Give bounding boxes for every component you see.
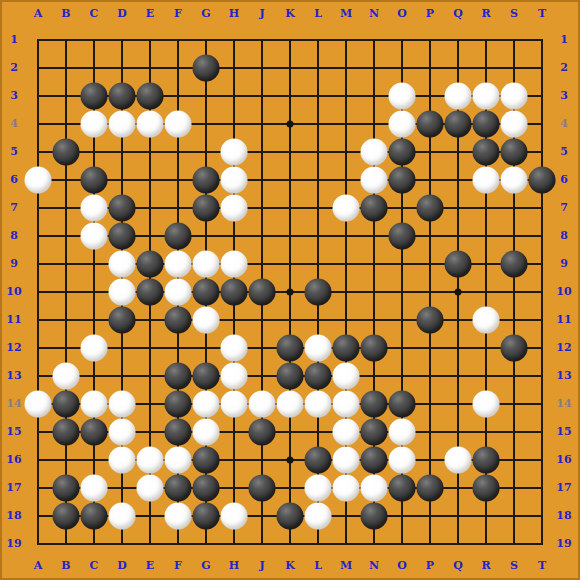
stone-C6[interactable]: [81, 167, 108, 194]
star-point: [455, 289, 462, 296]
stone-D3[interactable]: [109, 83, 136, 110]
stone-C17[interactable]: [81, 475, 108, 502]
stone-L13[interactable]: [305, 363, 332, 390]
coordinate-label: O: [388, 3, 416, 25]
stone-F8[interactable]: [165, 223, 192, 250]
stone-H18[interactable]: [221, 503, 248, 530]
stone-D14[interactable]: [109, 391, 136, 418]
stone-M17[interactable]: [333, 475, 360, 502]
stone-L16[interactable]: [305, 447, 332, 474]
stone-G15[interactable]: [193, 419, 220, 446]
stone-D15[interactable]: [109, 419, 136, 446]
coordinate-label: C: [80, 3, 108, 25]
stone-M12[interactable]: [333, 335, 360, 362]
stone-O3[interactable]: [389, 83, 416, 110]
stone-C8[interactable]: [81, 223, 108, 250]
stone-F15[interactable]: [165, 419, 192, 446]
stone-H9[interactable]: [221, 251, 248, 278]
coordinate-label: 19: [1, 530, 27, 558]
coordinate-label: 12: [1, 334, 27, 362]
coordinate-label: 5: [551, 138, 577, 166]
stone-Q4[interactable]: [445, 111, 472, 138]
coordinate-label: M: [332, 3, 360, 25]
coordinate-label: 15: [1, 418, 27, 446]
stone-F14[interactable]: [165, 391, 192, 418]
stone-S9[interactable]: [501, 251, 528, 278]
stone-K13[interactable]: [277, 363, 304, 390]
coordinate-label: 4: [551, 110, 577, 138]
stone-K14[interactable]: [277, 391, 304, 418]
star-point: [287, 121, 294, 128]
stone-M13[interactable]: [333, 363, 360, 390]
stone-N12[interactable]: [361, 335, 388, 362]
stone-J14[interactable]: [249, 391, 276, 418]
stone-H5[interactable]: [221, 139, 248, 166]
stone-B5[interactable]: [53, 139, 80, 166]
coordinate-label: 9: [1, 250, 27, 278]
stone-L14[interactable]: [305, 391, 332, 418]
stone-C12[interactable]: [81, 335, 108, 362]
coordinate-label: G: [192, 555, 220, 577]
coordinate-label: 8: [551, 222, 577, 250]
stone-E16[interactable]: [137, 447, 164, 474]
stone-N18[interactable]: [361, 503, 388, 530]
stone-G6[interactable]: [193, 167, 220, 194]
stone-N17[interactable]: [361, 475, 388, 502]
board-container: ABCDEFGHJKLMNOPQRST ABCDEFGHJKLMNOPQRST …: [0, 0, 580, 580]
coordinate-label: 2: [551, 54, 577, 82]
stone-H14[interactable]: [221, 391, 248, 418]
coordinate-label: D: [108, 3, 136, 25]
coordinate-label: J: [248, 3, 276, 25]
stone-L12[interactable]: [305, 335, 332, 362]
coordinate-label: 18: [1, 502, 27, 530]
stone-D9[interactable]: [109, 251, 136, 278]
stone-A6[interactable]: [25, 167, 52, 194]
stone-P11[interactable]: [417, 307, 444, 334]
coordinate-label: M: [332, 555, 360, 577]
stone-Q3[interactable]: [445, 83, 472, 110]
coordinate-label: 7: [1, 194, 27, 222]
coordinate-label: 14: [1, 390, 27, 418]
coordinate-label: N: [360, 555, 388, 577]
coordinate-label: R: [472, 555, 500, 577]
coordinate-label: C: [80, 555, 108, 577]
stone-H12[interactable]: [221, 335, 248, 362]
stone-S4[interactable]: [501, 111, 528, 138]
stone-D8[interactable]: [109, 223, 136, 250]
stone-P4[interactable]: [417, 111, 444, 138]
stone-K12[interactable]: [277, 335, 304, 362]
stone-O6[interactable]: [389, 167, 416, 194]
column-labels-bottom: ABCDEFGHJKLMNOPQRST: [24, 555, 556, 577]
stone-F11[interactable]: [165, 307, 192, 334]
coordinate-label: B: [52, 555, 80, 577]
coordinate-label: R: [472, 3, 500, 25]
coordinate-label: 11: [551, 306, 577, 334]
coordinate-label: D: [108, 555, 136, 577]
stone-O4[interactable]: [389, 111, 416, 138]
stone-H7[interactable]: [221, 195, 248, 222]
stone-E4[interactable]: [137, 111, 164, 138]
coordinate-label: T: [528, 555, 556, 577]
coordinate-label: A: [24, 555, 52, 577]
coordinate-label: 3: [551, 82, 577, 110]
stone-F4[interactable]: [165, 111, 192, 138]
coordinate-label: 1: [1, 26, 27, 54]
stone-R11[interactable]: [473, 307, 500, 334]
stone-Q9[interactable]: [445, 251, 472, 278]
coordinate-label: 10: [551, 278, 577, 306]
coordinate-label: T: [528, 3, 556, 25]
stone-R4[interactable]: [473, 111, 500, 138]
coordinate-label: B: [52, 3, 80, 25]
stone-T6[interactable]: [529, 167, 556, 194]
coordinate-label: J: [248, 555, 276, 577]
stone-G16[interactable]: [193, 447, 220, 474]
coordinate-label: N: [360, 3, 388, 25]
stone-J15[interactable]: [249, 419, 276, 446]
coordinate-label: O: [388, 555, 416, 577]
stone-S12[interactable]: [501, 335, 528, 362]
stone-A14[interactable]: [25, 391, 52, 418]
stone-F18[interactable]: [165, 503, 192, 530]
coordinate-label: K: [276, 555, 304, 577]
coordinate-label: 8: [1, 222, 27, 250]
stone-C15[interactable]: [81, 419, 108, 446]
stone-D11[interactable]: [109, 307, 136, 334]
stone-K18[interactable]: [277, 503, 304, 530]
stone-B14[interactable]: [53, 391, 80, 418]
stone-R14[interactable]: [473, 391, 500, 418]
coordinate-label: K: [276, 3, 304, 25]
stone-R17[interactable]: [473, 475, 500, 502]
stone-H13[interactable]: [221, 363, 248, 390]
stone-R3[interactable]: [473, 83, 500, 110]
coordinate-label: 9: [551, 250, 577, 278]
stone-C18[interactable]: [81, 503, 108, 530]
stone-L17[interactable]: [305, 475, 332, 502]
stone-O17[interactable]: [389, 475, 416, 502]
coordinate-label: 16: [1, 446, 27, 474]
stone-B15[interactable]: [53, 419, 80, 446]
stone-G9[interactable]: [193, 251, 220, 278]
coordinate-label: 7: [551, 194, 577, 222]
stone-S6[interactable]: [501, 167, 528, 194]
column-labels-top: ABCDEFGHJKLMNOPQRST: [24, 3, 556, 25]
stone-F9[interactable]: [165, 251, 192, 278]
row-labels-right: 12345678910111213141516171819: [551, 26, 577, 558]
coordinate-label: S: [500, 3, 528, 25]
stone-R16[interactable]: [473, 447, 500, 474]
coordinate-label: 6: [1, 166, 27, 194]
stone-N5[interactable]: [361, 139, 388, 166]
stone-D10[interactable]: [109, 279, 136, 306]
stone-G10[interactable]: [193, 279, 220, 306]
stone-O15[interactable]: [389, 419, 416, 446]
coordinate-label: L: [304, 555, 332, 577]
coordinate-label: 12: [551, 334, 577, 362]
coordinate-label: P: [416, 555, 444, 577]
stone-F10[interactable]: [165, 279, 192, 306]
stone-M7[interactable]: [333, 195, 360, 222]
coordinate-label: 1: [551, 26, 577, 54]
stone-G7[interactable]: [193, 195, 220, 222]
coordinate-label: 18: [551, 502, 577, 530]
coordinate-label: A: [24, 3, 52, 25]
stone-C7[interactable]: [81, 195, 108, 222]
coordinate-label: P: [416, 3, 444, 25]
stone-J10[interactable]: [249, 279, 276, 306]
coordinate-label: E: [136, 3, 164, 25]
stone-C3[interactable]: [81, 83, 108, 110]
stone-D7[interactable]: [109, 195, 136, 222]
stone-L10[interactable]: [305, 279, 332, 306]
star-point: [287, 457, 294, 464]
stone-D16[interactable]: [109, 447, 136, 474]
stone-G17[interactable]: [193, 475, 220, 502]
coordinate-label: Q: [444, 555, 472, 577]
coordinate-label: 11: [1, 306, 27, 334]
stone-O5[interactable]: [389, 139, 416, 166]
coordinate-label: H: [220, 555, 248, 577]
stone-Q16[interactable]: [445, 447, 472, 474]
stone-C4[interactable]: [81, 111, 108, 138]
row-labels-left: 12345678910111213141516171819: [1, 26, 27, 558]
coordinate-label: 2: [1, 54, 27, 82]
coordinate-label: 3: [1, 82, 27, 110]
coordinate-label: 5: [1, 138, 27, 166]
stone-C14[interactable]: [81, 391, 108, 418]
stone-P7[interactable]: [417, 195, 444, 222]
stone-M15[interactable]: [333, 419, 360, 446]
stone-N14[interactable]: [361, 391, 388, 418]
coordinate-label: 17: [551, 474, 577, 502]
stone-G2[interactable]: [193, 55, 220, 82]
stone-D18[interactable]: [109, 503, 136, 530]
coordinate-label: 17: [1, 474, 27, 502]
stone-P17[interactable]: [417, 475, 444, 502]
coordinate-label: 15: [551, 418, 577, 446]
stone-L18[interactable]: [305, 503, 332, 530]
stone-B13[interactable]: [53, 363, 80, 390]
stone-E10[interactable]: [137, 279, 164, 306]
coordinate-label: 10: [1, 278, 27, 306]
coordinate-label: H: [220, 3, 248, 25]
stone-H6[interactable]: [221, 167, 248, 194]
stone-F13[interactable]: [165, 363, 192, 390]
stone-N16[interactable]: [361, 447, 388, 474]
stone-G11[interactable]: [193, 307, 220, 334]
coordinate-label: G: [192, 3, 220, 25]
coordinate-label: 14: [551, 390, 577, 418]
stone-G13[interactable]: [193, 363, 220, 390]
stone-S3[interactable]: [501, 83, 528, 110]
stone-O8[interactable]: [389, 223, 416, 250]
stone-G18[interactable]: [193, 503, 220, 530]
stone-B17[interactable]: [53, 475, 80, 502]
coordinate-label: 4: [1, 110, 27, 138]
stone-O14[interactable]: [389, 391, 416, 418]
stone-G14[interactable]: [193, 391, 220, 418]
coordinate-label: 16: [551, 446, 577, 474]
stone-S5[interactable]: [501, 139, 528, 166]
stone-M14[interactable]: [333, 391, 360, 418]
coordinate-label: E: [136, 555, 164, 577]
stone-E3[interactable]: [137, 83, 164, 110]
coordinate-label: F: [164, 555, 192, 577]
stone-E17[interactable]: [137, 475, 164, 502]
coordinate-label: 13: [551, 362, 577, 390]
coordinate-label: F: [164, 3, 192, 25]
stone-F16[interactable]: [165, 447, 192, 474]
stone-D4[interactable]: [109, 111, 136, 138]
stone-N6[interactable]: [361, 167, 388, 194]
stone-R6[interactable]: [473, 167, 500, 194]
stone-F17[interactable]: [165, 475, 192, 502]
coordinate-label: L: [304, 3, 332, 25]
star-point: [287, 289, 294, 296]
stone-N15[interactable]: [361, 419, 388, 446]
stone-B18[interactable]: [53, 503, 80, 530]
coordinate-label: 13: [1, 362, 27, 390]
coordinate-label: Q: [444, 3, 472, 25]
stone-E9[interactable]: [137, 251, 164, 278]
stone-R5[interactable]: [473, 139, 500, 166]
coordinate-label: 19: [551, 530, 577, 558]
stone-J17[interactable]: [249, 475, 276, 502]
stone-H10[interactable]: [221, 279, 248, 306]
coordinate-label: S: [500, 555, 528, 577]
stone-N7[interactable]: [361, 195, 388, 222]
stone-O16[interactable]: [389, 447, 416, 474]
stone-M16[interactable]: [333, 447, 360, 474]
